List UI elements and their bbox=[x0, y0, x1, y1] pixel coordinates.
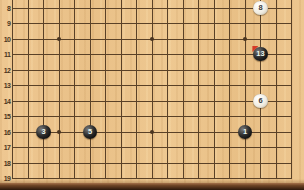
board-intersection[interactable] bbox=[113, 47, 129, 63]
board-intersection[interactable] bbox=[129, 62, 145, 78]
board-intersection[interactable] bbox=[191, 93, 207, 109]
board-intersection[interactable] bbox=[222, 93, 238, 109]
board-intersection[interactable] bbox=[20, 140, 36, 156]
board-intersection[interactable]: 13 bbox=[253, 47, 269, 63]
board-intersection[interactable] bbox=[82, 78, 98, 94]
row-label-8: 8 bbox=[0, 4, 11, 11]
board-intersection[interactable] bbox=[284, 78, 300, 94]
board-intersection[interactable] bbox=[144, 62, 160, 78]
board-intersection[interactable]: 1 bbox=[237, 124, 253, 140]
board-intersection[interactable] bbox=[67, 124, 83, 140]
board-intersection[interactable] bbox=[20, 155, 36, 171]
board-intersection[interactable] bbox=[98, 16, 114, 32]
board-intersection[interactable] bbox=[253, 109, 269, 125]
stone-move-number: 13 bbox=[256, 50, 264, 58]
board-intersection[interactable] bbox=[82, 93, 98, 109]
board-intersection[interactable] bbox=[51, 0, 67, 16]
board-intersection[interactable] bbox=[160, 78, 176, 94]
black-stone-move-5: 5 bbox=[83, 125, 97, 139]
board-intersection[interactable] bbox=[191, 155, 207, 171]
board-intersection[interactable] bbox=[113, 31, 129, 47]
board-intersection[interactable] bbox=[284, 155, 300, 171]
board-intersection[interactable] bbox=[98, 124, 114, 140]
board-intersection[interactable] bbox=[222, 47, 238, 63]
board-intersection[interactable] bbox=[129, 155, 145, 171]
row-label-10: 10 bbox=[0, 35, 11, 42]
board-intersection[interactable] bbox=[237, 47, 253, 63]
board-intersection[interactable] bbox=[222, 155, 238, 171]
row-label-9: 9 bbox=[0, 20, 11, 27]
board-intersection[interactable] bbox=[98, 0, 114, 16]
board-intersection[interactable] bbox=[206, 140, 222, 156]
board-intersection[interactable] bbox=[268, 93, 284, 109]
board-intersection[interactable] bbox=[253, 155, 269, 171]
board-intersection[interactable] bbox=[237, 155, 253, 171]
board-intersection[interactable]: 6 bbox=[253, 93, 269, 109]
board-intersection[interactable] bbox=[222, 0, 238, 16]
board-intersection[interactable] bbox=[191, 31, 207, 47]
board-intersection[interactable] bbox=[51, 93, 67, 109]
board-intersection[interactable] bbox=[51, 31, 67, 47]
board-intersection[interactable] bbox=[237, 0, 253, 16]
row-label-13: 13 bbox=[0, 82, 11, 89]
board-intersection[interactable] bbox=[113, 62, 129, 78]
board-intersection[interactable] bbox=[175, 93, 191, 109]
board-intersection[interactable] bbox=[144, 124, 160, 140]
board-intersection[interactable] bbox=[82, 109, 98, 125]
board-intersection[interactable] bbox=[113, 78, 129, 94]
board-intersection[interactable] bbox=[20, 109, 36, 125]
board-intersection[interactable] bbox=[98, 47, 114, 63]
board-intersection[interactable] bbox=[222, 16, 238, 32]
board-intersection[interactable] bbox=[20, 93, 36, 109]
board-intersection[interactable] bbox=[36, 78, 52, 94]
board-intersection[interactable] bbox=[113, 93, 129, 109]
board-intersection[interactable] bbox=[67, 0, 83, 16]
board-intersection[interactable] bbox=[36, 0, 52, 16]
board-intersection[interactable] bbox=[82, 16, 98, 32]
board-intersection[interactable] bbox=[36, 140, 52, 156]
board-intersection[interactable] bbox=[268, 140, 284, 156]
board-intersection[interactable] bbox=[222, 31, 238, 47]
board-intersection[interactable] bbox=[284, 0, 300, 16]
board-intersection[interactable] bbox=[36, 62, 52, 78]
board-intersection[interactable] bbox=[206, 0, 222, 16]
board-intersection[interactable] bbox=[222, 140, 238, 156]
board-intersection[interactable] bbox=[175, 16, 191, 32]
board-intersection[interactable] bbox=[98, 155, 114, 171]
board-intersection[interactable] bbox=[191, 47, 207, 63]
row-label-16: 16 bbox=[0, 128, 11, 135]
board-intersection[interactable] bbox=[36, 16, 52, 32]
stone-move-number: 5 bbox=[88, 128, 92, 136]
board-intersection[interactable] bbox=[284, 16, 300, 32]
board-intersection[interactable] bbox=[206, 155, 222, 171]
board-intersection[interactable] bbox=[51, 16, 67, 32]
board-intersection[interactable] bbox=[67, 109, 83, 125]
board-intersection[interactable] bbox=[51, 140, 67, 156]
board-intersection[interactable] bbox=[144, 93, 160, 109]
board-intersection[interactable] bbox=[268, 109, 284, 125]
board-intersection[interactable] bbox=[82, 62, 98, 78]
board-intersection[interactable] bbox=[191, 0, 207, 16]
board-intersection[interactable] bbox=[67, 62, 83, 78]
board-intersection[interactable] bbox=[67, 155, 83, 171]
board-intersection[interactable] bbox=[51, 109, 67, 125]
board-intersection[interactable] bbox=[268, 31, 284, 47]
board-intersection[interactable] bbox=[191, 62, 207, 78]
board-intersection[interactable] bbox=[129, 78, 145, 94]
board-intersection[interactable] bbox=[160, 16, 176, 32]
board-intersection[interactable] bbox=[51, 78, 67, 94]
white-stone-move-6: 6 bbox=[253, 94, 267, 108]
board-intersection[interactable] bbox=[175, 0, 191, 16]
board-intersection[interactable] bbox=[67, 93, 83, 109]
board-intersection[interactable] bbox=[206, 31, 222, 47]
board-intersection[interactable] bbox=[113, 140, 129, 156]
board-intersection[interactable] bbox=[175, 62, 191, 78]
board-intersection[interactable] bbox=[82, 140, 98, 156]
board-intersection[interactable] bbox=[98, 31, 114, 47]
board-intersection[interactable] bbox=[82, 0, 98, 16]
board-intersection[interactable] bbox=[67, 47, 83, 63]
board-intersection[interactable] bbox=[67, 31, 83, 47]
board-intersection[interactable] bbox=[253, 62, 269, 78]
board-intersection[interactable] bbox=[237, 93, 253, 109]
board-intersection[interactable] bbox=[284, 140, 300, 156]
star-point bbox=[243, 37, 247, 41]
star-point bbox=[150, 37, 154, 41]
board-intersection[interactable] bbox=[36, 155, 52, 171]
board-intersection[interactable] bbox=[206, 47, 222, 63]
board-intersection[interactable] bbox=[98, 93, 114, 109]
board-intersection[interactable] bbox=[67, 16, 83, 32]
board-intersection[interactable] bbox=[129, 47, 145, 63]
board-intersection[interactable] bbox=[144, 140, 160, 156]
board-intersection[interactable] bbox=[113, 16, 129, 32]
board-intersection[interactable] bbox=[237, 31, 253, 47]
board-intersection[interactable] bbox=[206, 109, 222, 125]
board-intersection[interactable] bbox=[191, 109, 207, 125]
board-intersection[interactable] bbox=[160, 62, 176, 78]
board-intersection[interactable] bbox=[206, 78, 222, 94]
board-intersection[interactable] bbox=[284, 47, 300, 63]
board-intersection[interactable] bbox=[160, 47, 176, 63]
board-intersection[interactable] bbox=[175, 31, 191, 47]
board-intersection[interactable] bbox=[160, 93, 176, 109]
board-intersection[interactable] bbox=[20, 62, 36, 78]
board-intersection[interactable] bbox=[191, 78, 207, 94]
board-intersection[interactable] bbox=[129, 124, 145, 140]
board-grid: 8136351 bbox=[5, 0, 300, 186]
board-intersection[interactable] bbox=[222, 78, 238, 94]
board-intersection[interactable]: 3 bbox=[36, 124, 52, 140]
board-intersection[interactable] bbox=[82, 47, 98, 63]
row-label-15: 15 bbox=[0, 113, 11, 120]
stone-move-number: 1 bbox=[243, 128, 247, 136]
board-intersection[interactable] bbox=[160, 31, 176, 47]
board-intersection[interactable] bbox=[268, 62, 284, 78]
board-intersection[interactable] bbox=[144, 31, 160, 47]
black-stone-move-13: 13 bbox=[253, 47, 267, 61]
board-intersection[interactable] bbox=[20, 0, 36, 16]
board-intersection[interactable] bbox=[268, 124, 284, 140]
board-intersection[interactable] bbox=[253, 140, 269, 156]
board-intersection[interactable] bbox=[36, 31, 52, 47]
board-intersection[interactable] bbox=[206, 93, 222, 109]
star-point bbox=[57, 37, 61, 41]
board-intersection[interactable] bbox=[129, 140, 145, 156]
board-intersection[interactable] bbox=[82, 155, 98, 171]
black-stone-move-3: 3 bbox=[36, 125, 50, 139]
board-intersection[interactable] bbox=[20, 124, 36, 140]
row-label-17: 17 bbox=[0, 144, 11, 151]
board-intersection[interactable] bbox=[36, 93, 52, 109]
board-intersection[interactable] bbox=[160, 0, 176, 16]
board-intersection[interactable] bbox=[175, 155, 191, 171]
board-intersection[interactable] bbox=[253, 78, 269, 94]
board-intersection[interactable] bbox=[237, 16, 253, 32]
stone-move-number: 3 bbox=[41, 128, 45, 136]
board-intersection[interactable] bbox=[160, 124, 176, 140]
stone-move-number: 6 bbox=[258, 97, 262, 105]
row-label-14: 14 bbox=[0, 97, 11, 104]
board-intersection[interactable] bbox=[160, 140, 176, 156]
board-intersection[interactable] bbox=[268, 16, 284, 32]
board-intersection[interactable] bbox=[206, 62, 222, 78]
board-intersection[interactable] bbox=[175, 47, 191, 63]
board-intersection[interactable] bbox=[284, 124, 300, 140]
board-intersection[interactable] bbox=[284, 31, 300, 47]
board-intersection[interactable] bbox=[253, 16, 269, 32]
board-intersection[interactable] bbox=[144, 16, 160, 32]
board-intersection[interactable] bbox=[237, 78, 253, 94]
board-intersection[interactable] bbox=[268, 47, 284, 63]
go-board: 8136351 8910111213141516171819 bbox=[0, 0, 304, 190]
board-intersection[interactable] bbox=[191, 140, 207, 156]
white-stone-move-8: 8 bbox=[253, 1, 267, 15]
board-intersection[interactable] bbox=[175, 109, 191, 125]
board-intersection[interactable] bbox=[222, 109, 238, 125]
board-intersection[interactable] bbox=[129, 31, 145, 47]
board-intersection[interactable] bbox=[113, 124, 129, 140]
board-intersection[interactable] bbox=[36, 47, 52, 63]
board-intersection[interactable] bbox=[237, 62, 253, 78]
board-intersection[interactable] bbox=[222, 124, 238, 140]
board-intersection[interactable] bbox=[98, 109, 114, 125]
board-intersection[interactable] bbox=[206, 124, 222, 140]
board-intersection[interactable] bbox=[67, 78, 83, 94]
star-point bbox=[150, 130, 154, 134]
board-intersection[interactable]: 5 bbox=[82, 124, 98, 140]
board-intersection[interactable] bbox=[20, 47, 36, 63]
board-intersection[interactable] bbox=[129, 0, 145, 16]
board-intersection[interactable] bbox=[129, 16, 145, 32]
board-intersection[interactable] bbox=[98, 140, 114, 156]
board-intersection[interactable] bbox=[160, 155, 176, 171]
board-intersection[interactable] bbox=[144, 0, 160, 16]
board-intersection[interactable] bbox=[129, 109, 145, 125]
board-intersection[interactable] bbox=[268, 78, 284, 94]
board-intersection[interactable] bbox=[20, 78, 36, 94]
board-intersection[interactable] bbox=[20, 31, 36, 47]
board-intersection[interactable] bbox=[144, 155, 160, 171]
board-intersection[interactable] bbox=[51, 62, 67, 78]
board-intersection[interactable] bbox=[175, 124, 191, 140]
board-intersection[interactable] bbox=[268, 155, 284, 171]
board-intersection[interactable] bbox=[144, 109, 160, 125]
board-intersection[interactable] bbox=[98, 62, 114, 78]
board-intersection[interactable] bbox=[253, 31, 269, 47]
board-intersection[interactable] bbox=[175, 140, 191, 156]
board-intersection[interactable] bbox=[268, 0, 284, 16]
board-intersection[interactable] bbox=[51, 47, 67, 63]
row-label-11: 11 bbox=[0, 51, 11, 58]
row-label-12: 12 bbox=[0, 66, 11, 73]
board-intersection[interactable] bbox=[237, 109, 253, 125]
board-intersection[interactable] bbox=[113, 109, 129, 125]
board-intersection[interactable] bbox=[82, 31, 98, 47]
board-intersection[interactable] bbox=[191, 124, 207, 140]
board-intersection[interactable] bbox=[51, 155, 67, 171]
star-point bbox=[57, 130, 61, 134]
board-intersection[interactable] bbox=[67, 140, 83, 156]
board-intersection[interactable] bbox=[222, 62, 238, 78]
board-intersection[interactable] bbox=[113, 0, 129, 16]
board-intersection[interactable] bbox=[51, 124, 67, 140]
black-stone-move-1: 1 bbox=[238, 125, 252, 139]
board-intersection[interactable] bbox=[175, 78, 191, 94]
board-intersection[interactable] bbox=[237, 140, 253, 156]
board-intersection[interactable] bbox=[284, 93, 300, 109]
board-bottom-edge bbox=[0, 183, 304, 190]
row-label-18: 18 bbox=[0, 159, 11, 166]
board-intersection[interactable] bbox=[144, 47, 160, 63]
board-intersection[interactable] bbox=[36, 109, 52, 125]
board-intersection[interactable] bbox=[191, 16, 207, 32]
board-intersection[interactable] bbox=[113, 155, 129, 171]
board-intersection[interactable] bbox=[284, 109, 300, 125]
board-intersection[interactable]: 8 bbox=[253, 0, 269, 16]
board-intersection[interactable] bbox=[129, 93, 145, 109]
stone-move-number: 8 bbox=[258, 4, 262, 12]
board-intersection[interactable] bbox=[160, 109, 176, 125]
board-intersection[interactable] bbox=[20, 16, 36, 32]
board-intersection[interactable] bbox=[144, 78, 160, 94]
board-intersection[interactable] bbox=[206, 16, 222, 32]
board-intersection[interactable] bbox=[98, 78, 114, 94]
board-intersection[interactable] bbox=[284, 62, 300, 78]
board-intersection[interactable] bbox=[253, 124, 269, 140]
